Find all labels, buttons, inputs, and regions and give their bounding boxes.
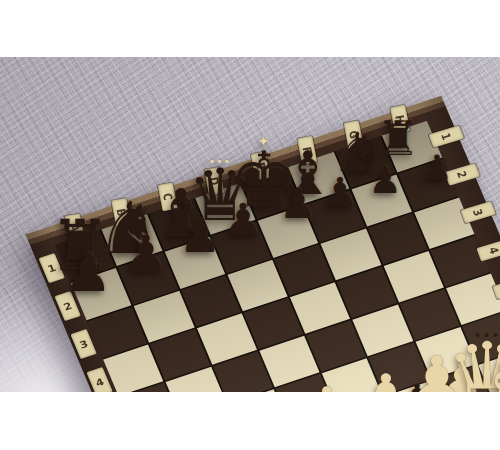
pawn-glyph: ♟: [279, 183, 317, 225]
pawn-glyph: ♟: [179, 212, 221, 259]
piece-dark-pawn-c2[interactable]: ♟: [179, 212, 221, 259]
bottom-margin: [0, 392, 500, 450]
pawn-glyph: ♟: [300, 379, 354, 392]
pawn-glyph: ♟: [124, 229, 169, 279]
pawn-glyph: ♟: [64, 246, 112, 300]
pawn-glyph: ♟: [368, 162, 401, 199]
piece-dark-pawn-a2[interactable]: ♟: [64, 246, 112, 300]
piece-dark-pawn-f2[interactable]: ♟: [322, 172, 358, 212]
chess-set-photo: 1122334455667788AABBCCDDEEFFGGHH ♜♞♟♟♝♟♚…: [0, 0, 500, 450]
rook-glyph: ♜: [376, 114, 419, 162]
piece-dark-pawn-b2[interactable]: ♟: [124, 229, 169, 279]
pieces-layer: ♜♞♟♟♝♟♚✦♟♛•••♟♝♟♞♜♟♟♟♟♟♛•••♝♟♟: [0, 57, 500, 392]
piece-dark-rook-h1[interactable]: ♜: [376, 114, 419, 162]
piece-dark-pawn-g2[interactable]: ♟: [368, 162, 401, 199]
top-margin: [0, 0, 500, 57]
photo-area: 1122334455667788AABBCCDDEEFFGGHH ♜♞♟♟♝♟♚…: [0, 57, 500, 392]
pawn-glyph: ♟: [357, 366, 414, 392]
pawn-glyph: ♟: [223, 198, 262, 242]
piece-light-bishop-h8[interactable]: ♝: [474, 352, 500, 392]
piece-dark-pawn-h2[interactable]: ♟: [421, 151, 452, 186]
piece-light-pawn-e7[interactable]: ♟: [300, 379, 354, 392]
pawn-glyph: ♟: [322, 172, 358, 212]
piece-light-pawn-f7[interactable]: ♟: [357, 366, 414, 392]
piece-dark-pawn-d2[interactable]: ♟: [223, 198, 262, 242]
bishop-glyph: ♝: [474, 352, 500, 392]
piece-dark-pawn-e2[interactable]: ♟: [279, 183, 317, 225]
pawn-glyph: ♟: [421, 151, 452, 186]
